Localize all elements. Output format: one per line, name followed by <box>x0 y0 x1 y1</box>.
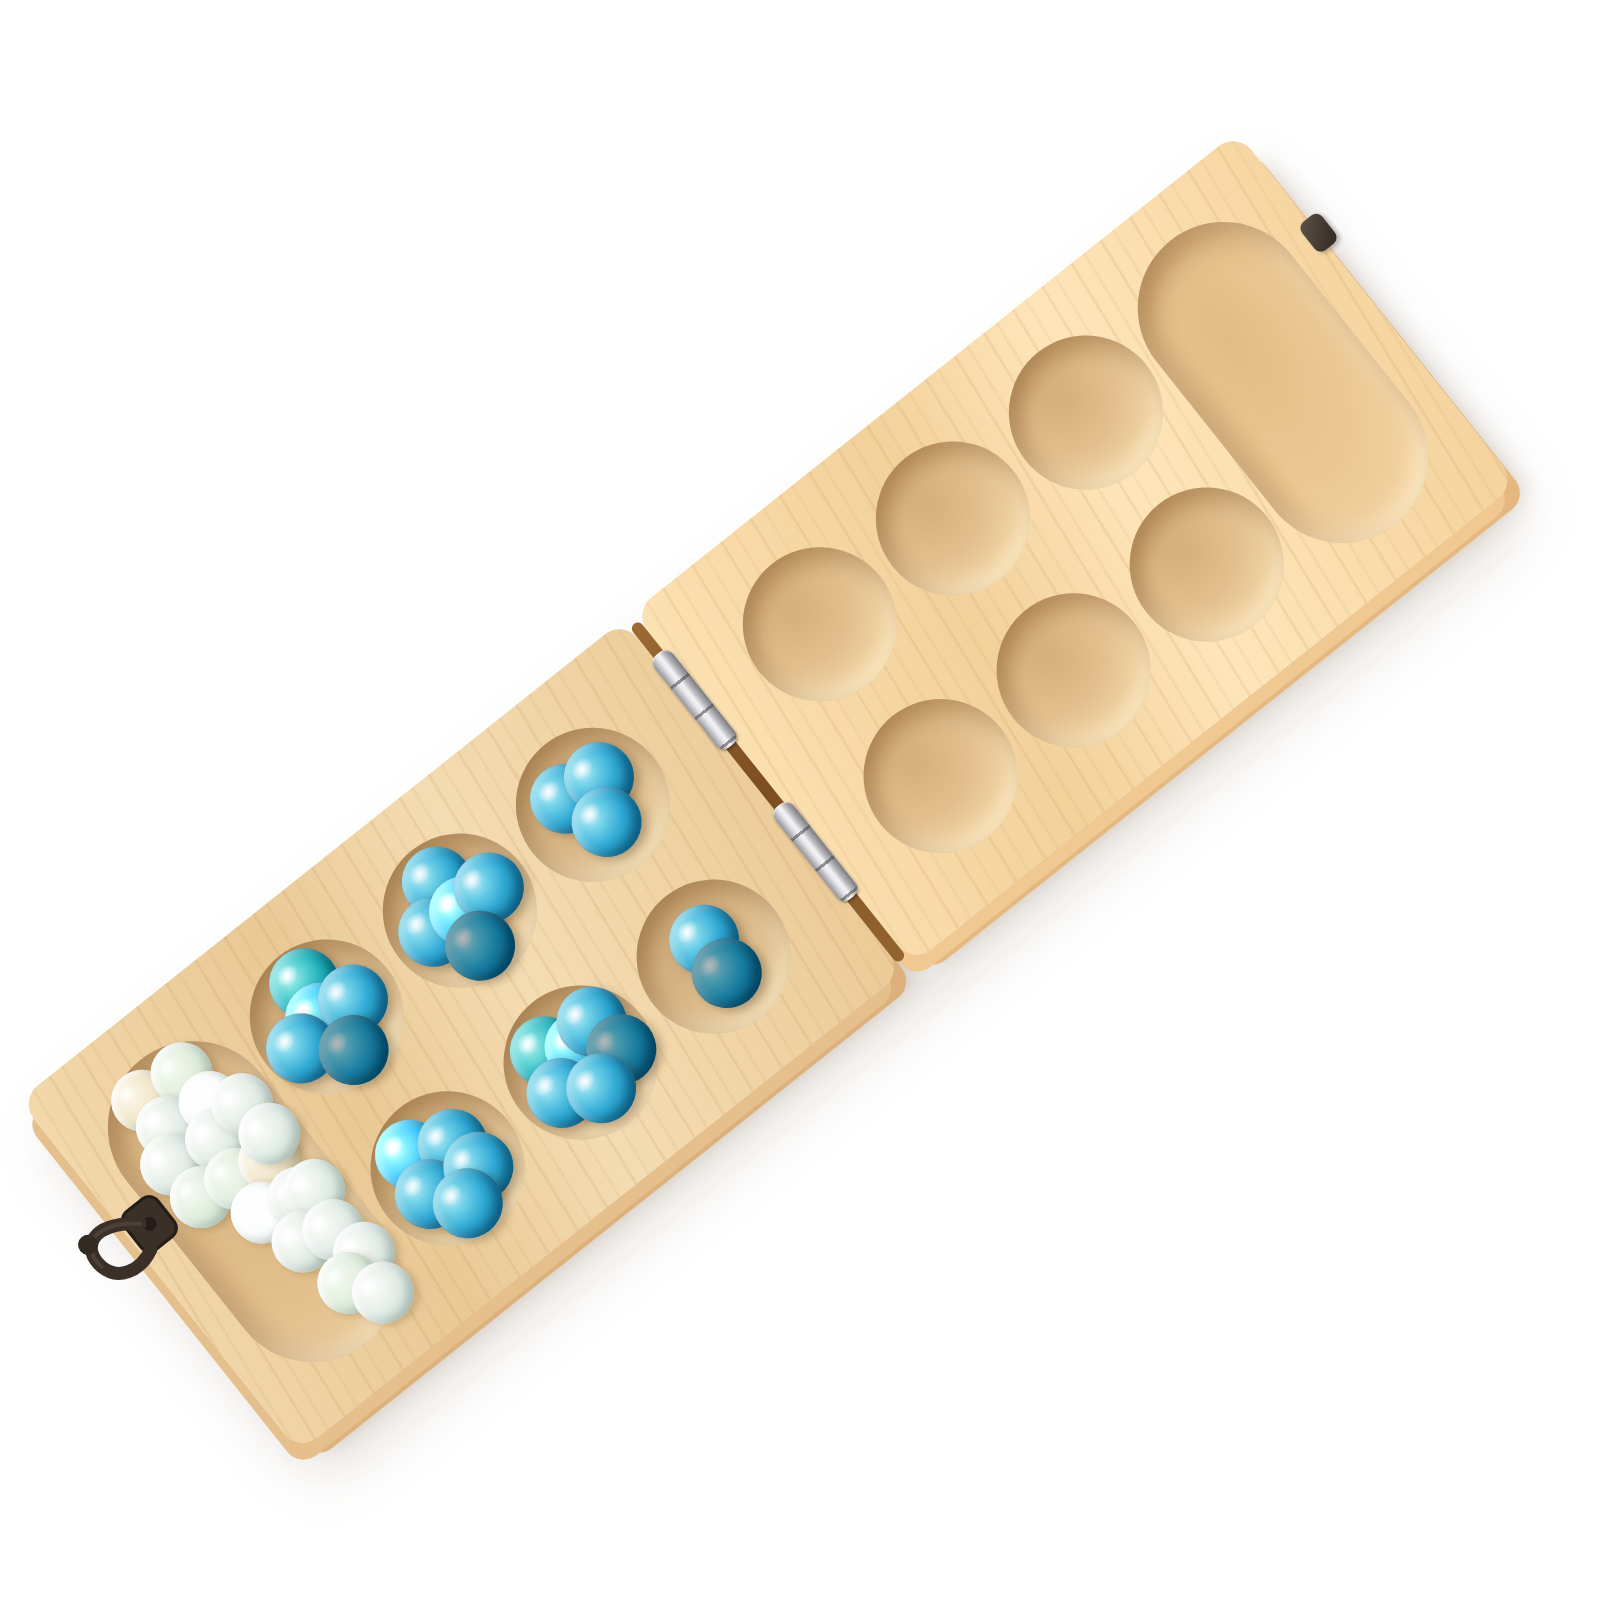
latch-catch-plate <box>1297 211 1340 255</box>
mancala-board <box>19 132 1517 1453</box>
product-photo-scene <box>0 0 1600 1600</box>
